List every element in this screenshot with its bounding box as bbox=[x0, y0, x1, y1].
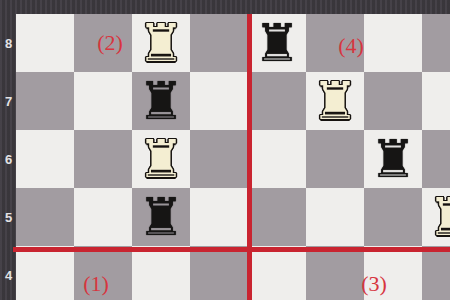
white-rook-c6[interactable]: ♜ bbox=[138, 130, 185, 188]
square-d4[interactable] bbox=[190, 246, 248, 300]
square-c6[interactable]: ♜ bbox=[132, 130, 190, 188]
square-g5[interactable] bbox=[364, 188, 422, 246]
square-e8[interactable]: ♜ bbox=[248, 14, 306, 72]
square-e6[interactable] bbox=[248, 130, 306, 188]
rank-label-6: 6 bbox=[2, 152, 15, 167]
square-e4[interactable] bbox=[248, 246, 306, 300]
square-h6[interactable] bbox=[422, 130, 450, 188]
square-f4[interactable] bbox=[306, 246, 364, 300]
square-g7[interactable] bbox=[364, 72, 422, 130]
square-a4[interactable] bbox=[16, 246, 74, 300]
square-a7[interactable] bbox=[16, 72, 74, 130]
black-rook-c5[interactable]: ♜ bbox=[138, 188, 185, 246]
rank-label-7: 7 bbox=[2, 94, 15, 109]
square-a6[interactable] bbox=[16, 130, 74, 188]
square-g8[interactable] bbox=[364, 14, 422, 72]
square-c5[interactable]: ♜ bbox=[132, 188, 190, 246]
square-d5[interactable] bbox=[190, 188, 248, 246]
white-rook-h5[interactable]: ♜ bbox=[428, 188, 450, 246]
square-f6[interactable] bbox=[306, 130, 364, 188]
square-f5[interactable] bbox=[306, 188, 364, 246]
square-h8[interactable] bbox=[422, 14, 450, 72]
white-rook-c8[interactable]: ♜ bbox=[138, 14, 185, 72]
rank-label-5: 5 bbox=[2, 210, 15, 225]
square-b7[interactable] bbox=[74, 72, 132, 130]
horizontal-divider-line bbox=[13, 247, 450, 252]
quadrant-label-1: (1) bbox=[83, 271, 109, 297]
rank-label-8: 8 bbox=[2, 36, 15, 51]
square-f7[interactable]: ♜ bbox=[306, 72, 364, 130]
black-rook-e8[interactable]: ♜ bbox=[254, 14, 301, 72]
square-c8[interactable]: ♜ bbox=[132, 14, 190, 72]
square-h7[interactable] bbox=[422, 72, 450, 130]
square-a5[interactable] bbox=[16, 188, 74, 246]
quadrant-label-4: (4) bbox=[338, 33, 364, 59]
chess-diagram: 8 7 6 5 4 ♜ ♜ ♜ ♜ ♜ ♜ ♜ bbox=[0, 0, 450, 300]
quadrant-label-2: (2) bbox=[97, 30, 123, 56]
square-c7[interactable]: ♜ bbox=[132, 72, 190, 130]
square-e5[interactable] bbox=[248, 188, 306, 246]
quadrant-label-3: (3) bbox=[361, 271, 387, 297]
square-g6[interactable]: ♜ bbox=[364, 130, 422, 188]
square-e7[interactable] bbox=[248, 72, 306, 130]
chess-board: ♜ ♜ ♜ ♜ ♜ ♜ ♜ ♜ bbox=[16, 14, 450, 300]
square-h4[interactable] bbox=[422, 246, 450, 300]
vertical-divider-line bbox=[247, 14, 252, 300]
square-h5[interactable]: ♜ bbox=[422, 188, 450, 246]
black-rook-c7[interactable]: ♜ bbox=[138, 72, 185, 130]
square-d6[interactable] bbox=[190, 130, 248, 188]
rank-label-4: 4 bbox=[2, 268, 15, 283]
square-a8[interactable] bbox=[16, 14, 74, 72]
square-c4[interactable] bbox=[132, 246, 190, 300]
square-b5[interactable] bbox=[74, 188, 132, 246]
square-d8[interactable] bbox=[190, 14, 248, 72]
square-b6[interactable] bbox=[74, 130, 132, 188]
black-rook-g6[interactable]: ♜ bbox=[370, 130, 417, 188]
white-rook-f7[interactable]: ♜ bbox=[312, 72, 359, 130]
square-d7[interactable] bbox=[190, 72, 248, 130]
